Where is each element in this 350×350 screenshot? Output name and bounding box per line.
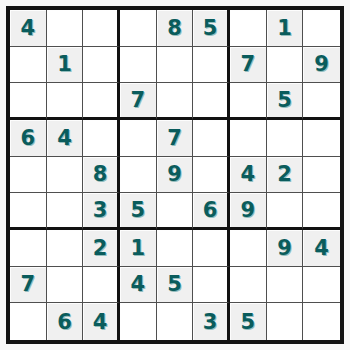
cell-r5c3[interactable]: 8: [83, 157, 120, 194]
cell-r1c6[interactable]: 5: [193, 10, 230, 47]
cell-r6c9[interactable]: [303, 193, 340, 230]
sudoku-board: 4851179756478942356921947456435: [6, 6, 344, 344]
cell-r8c9[interactable]: [303, 267, 340, 304]
cell-r5c4[interactable]: [120, 157, 157, 194]
cell-r9c3[interactable]: 4: [83, 303, 120, 340]
cell-r5c5[interactable]: 9: [157, 157, 194, 194]
cell-r4c4[interactable]: [120, 120, 157, 157]
cell-r4c2[interactable]: 4: [47, 120, 84, 157]
cell-r2c9[interactable]: 9: [303, 47, 340, 84]
cell-r1c4[interactable]: [120, 10, 157, 47]
cell-r4c1[interactable]: 6: [10, 120, 47, 157]
cell-r2c8[interactable]: [267, 47, 304, 84]
cell-r9c2[interactable]: 6: [47, 303, 84, 340]
cell-r9c8[interactable]: [267, 303, 304, 340]
cell-r5c7[interactable]: 4: [230, 157, 267, 194]
cell-r1c5[interactable]: 8: [157, 10, 194, 47]
cell-r6c7[interactable]: 9: [230, 193, 267, 230]
cell-r2c2[interactable]: 1: [47, 47, 84, 84]
cell-r2c3[interactable]: [83, 47, 120, 84]
cell-r3c2[interactable]: [47, 83, 84, 120]
cell-r6c4[interactable]: 5: [120, 193, 157, 230]
cell-r5c9[interactable]: [303, 157, 340, 194]
cell-r7c5[interactable]: [157, 230, 194, 267]
cell-r4c3[interactable]: [83, 120, 120, 157]
cell-r8c4[interactable]: 4: [120, 267, 157, 304]
cell-r7c8[interactable]: 9: [267, 230, 304, 267]
cell-r9c5[interactable]: [157, 303, 194, 340]
cell-r2c7[interactable]: 7: [230, 47, 267, 84]
cell-r2c5[interactable]: [157, 47, 194, 84]
cell-r5c6[interactable]: [193, 157, 230, 194]
cell-r1c2[interactable]: [47, 10, 84, 47]
cell-r6c2[interactable]: [47, 193, 84, 230]
cell-r4c5[interactable]: 7: [157, 120, 194, 157]
cell-r7c3[interactable]: 2: [83, 230, 120, 267]
cell-r9c1[interactable]: [10, 303, 47, 340]
cell-r3c1[interactable]: [10, 83, 47, 120]
cell-r9c9[interactable]: [303, 303, 340, 340]
cell-r1c8[interactable]: 1: [267, 10, 304, 47]
cell-r3c4[interactable]: 7: [120, 83, 157, 120]
cell-r1c7[interactable]: [230, 10, 267, 47]
cell-r2c1[interactable]: [10, 47, 47, 84]
cell-r7c7[interactable]: [230, 230, 267, 267]
sudoku-board-wrapper: 4851179756478942356921947456435: [6, 6, 344, 344]
cell-r6c8[interactable]: [267, 193, 304, 230]
cell-r8c1[interactable]: 7: [10, 267, 47, 304]
cell-r8c7[interactable]: [230, 267, 267, 304]
cell-r4c6[interactable]: [193, 120, 230, 157]
cell-r3c7[interactable]: [230, 83, 267, 120]
cell-r3c9[interactable]: [303, 83, 340, 120]
cell-r7c9[interactable]: 4: [303, 230, 340, 267]
cell-r4c7[interactable]: [230, 120, 267, 157]
cell-r8c5[interactable]: 5: [157, 267, 194, 304]
cell-r8c6[interactable]: [193, 267, 230, 304]
cell-r8c8[interactable]: [267, 267, 304, 304]
cell-r8c2[interactable]: [47, 267, 84, 304]
cell-r3c8[interactable]: 5: [267, 83, 304, 120]
cell-r4c9[interactable]: [303, 120, 340, 157]
cell-r2c4[interactable]: [120, 47, 157, 84]
cell-r3c3[interactable]: [83, 83, 120, 120]
cell-r1c1[interactable]: 4: [10, 10, 47, 47]
cell-r5c8[interactable]: 2: [267, 157, 304, 194]
cell-r9c4[interactable]: [120, 303, 157, 340]
cell-r8c3[interactable]: [83, 267, 120, 304]
cell-r6c6[interactable]: 6: [193, 193, 230, 230]
cell-r2c6[interactable]: [193, 47, 230, 84]
cell-r3c5[interactable]: [157, 83, 194, 120]
cell-r7c2[interactable]: [47, 230, 84, 267]
cell-r5c1[interactable]: [10, 157, 47, 194]
cell-r5c2[interactable]: [47, 157, 84, 194]
cell-r7c1[interactable]: [10, 230, 47, 267]
cell-r7c6[interactable]: [193, 230, 230, 267]
cell-r9c6[interactable]: 3: [193, 303, 230, 340]
cell-r1c3[interactable]: [83, 10, 120, 47]
cell-r7c4[interactable]: 1: [120, 230, 157, 267]
cell-r6c3[interactable]: 3: [83, 193, 120, 230]
cell-r3c6[interactable]: [193, 83, 230, 120]
cell-r4c8[interactable]: [267, 120, 304, 157]
cell-r6c1[interactable]: [10, 193, 47, 230]
cell-r9c7[interactable]: 5: [230, 303, 267, 340]
cell-r6c5[interactable]: [157, 193, 194, 230]
cell-r1c9[interactable]: [303, 10, 340, 47]
